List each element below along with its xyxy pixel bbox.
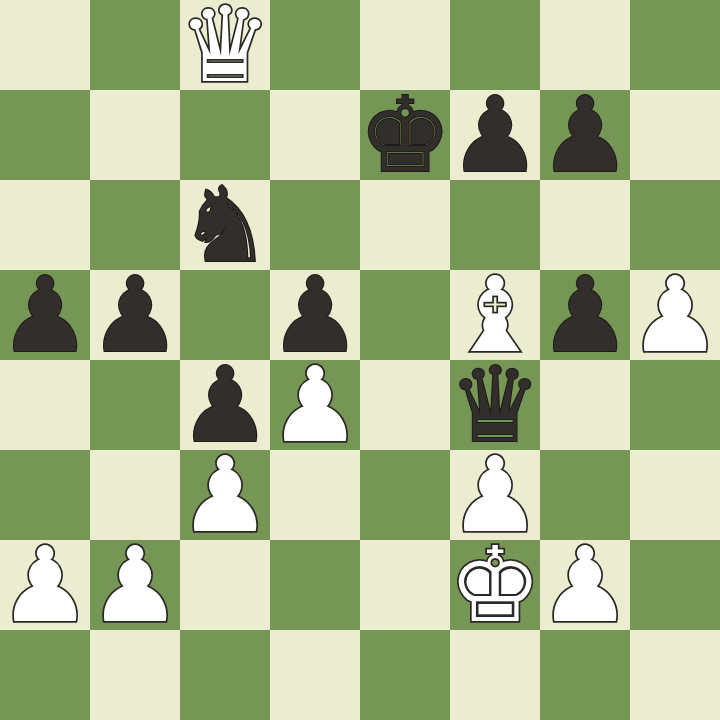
square-d2[interactable] [270, 540, 360, 630]
square-d8[interactable] [270, 0, 360, 90]
square-h2[interactable] [630, 540, 720, 630]
square-h8[interactable] [630, 0, 720, 90]
square-h7[interactable] [630, 90, 720, 180]
square-c6[interactable]: ♞ [180, 180, 270, 270]
square-h5[interactable]: ♟ [630, 270, 720, 360]
black-pawn[interactable]: ♟ [450, 90, 540, 180]
square-f8[interactable] [450, 0, 540, 90]
square-h6[interactable] [630, 180, 720, 270]
square-g3[interactable] [540, 450, 630, 540]
white-bishop[interactable]: ♝ [450, 270, 540, 360]
square-g8[interactable] [540, 0, 630, 90]
square-e1[interactable] [360, 630, 450, 720]
black-pawn[interactable]: ♟ [0, 270, 90, 360]
white-queen[interactable]: ♛ [180, 0, 270, 90]
black-queen[interactable]: ♛ [450, 360, 540, 450]
square-f3[interactable]: ♟ [450, 450, 540, 540]
square-a8[interactable] [0, 0, 90, 90]
square-h3[interactable] [630, 450, 720, 540]
black-king[interactable]: ♚ [360, 90, 450, 180]
square-e3[interactable] [360, 450, 450, 540]
square-b5[interactable]: ♟ [90, 270, 180, 360]
square-a4[interactable] [0, 360, 90, 450]
square-f5[interactable]: ♝ [450, 270, 540, 360]
white-pawn[interactable]: ♟ [540, 540, 630, 630]
square-g4[interactable] [540, 360, 630, 450]
square-a1[interactable] [0, 630, 90, 720]
square-f4[interactable]: ♛ [450, 360, 540, 450]
square-f7[interactable]: ♟ [450, 90, 540, 180]
square-c2[interactable] [180, 540, 270, 630]
square-a2[interactable]: ♟ [0, 540, 90, 630]
chess-board: ♛♚♟♟♞♟♟♟♝♟♟♟♟♛♟♟♟♟♚♟ [0, 0, 720, 720]
square-g7[interactable]: ♟ [540, 90, 630, 180]
square-h1[interactable] [630, 630, 720, 720]
white-pawn[interactable]: ♟ [270, 360, 360, 450]
square-e7[interactable]: ♚ [360, 90, 450, 180]
square-a5[interactable]: ♟ [0, 270, 90, 360]
square-d3[interactable] [270, 450, 360, 540]
square-g6[interactable] [540, 180, 630, 270]
square-e5[interactable] [360, 270, 450, 360]
square-d4[interactable]: ♟ [270, 360, 360, 450]
black-pawn[interactable]: ♟ [90, 270, 180, 360]
square-a3[interactable] [0, 450, 90, 540]
black-pawn[interactable]: ♟ [540, 90, 630, 180]
square-e2[interactable] [360, 540, 450, 630]
square-d7[interactable] [270, 90, 360, 180]
square-h4[interactable] [630, 360, 720, 450]
square-d6[interactable] [270, 180, 360, 270]
square-c5[interactable] [180, 270, 270, 360]
square-d1[interactable] [270, 630, 360, 720]
square-a7[interactable] [0, 90, 90, 180]
square-f2[interactable]: ♚ [450, 540, 540, 630]
black-pawn[interactable]: ♟ [180, 360, 270, 450]
square-g1[interactable] [540, 630, 630, 720]
square-e6[interactable] [360, 180, 450, 270]
square-b1[interactable] [90, 630, 180, 720]
black-pawn[interactable]: ♟ [270, 270, 360, 360]
square-g2[interactable]: ♟ [540, 540, 630, 630]
white-pawn[interactable]: ♟ [0, 540, 90, 630]
white-king[interactable]: ♚ [450, 540, 540, 630]
square-e4[interactable] [360, 360, 450, 450]
white-pawn[interactable]: ♟ [450, 450, 540, 540]
square-c8[interactable]: ♛ [180, 0, 270, 90]
square-g5[interactable]: ♟ [540, 270, 630, 360]
white-pawn[interactable]: ♟ [180, 450, 270, 540]
square-c4[interactable]: ♟ [180, 360, 270, 450]
square-d5[interactable]: ♟ [270, 270, 360, 360]
square-b4[interactable] [90, 360, 180, 450]
square-b6[interactable] [90, 180, 180, 270]
square-b7[interactable] [90, 90, 180, 180]
square-c1[interactable] [180, 630, 270, 720]
white-pawn[interactable]: ♟ [630, 270, 720, 360]
black-knight[interactable]: ♞ [180, 180, 270, 270]
square-a6[interactable] [0, 180, 90, 270]
square-e8[interactable] [360, 0, 450, 90]
square-b8[interactable] [90, 0, 180, 90]
square-c7[interactable] [180, 90, 270, 180]
square-b3[interactable] [90, 450, 180, 540]
square-b2[interactable]: ♟ [90, 540, 180, 630]
square-f6[interactable] [450, 180, 540, 270]
square-c3[interactable]: ♟ [180, 450, 270, 540]
white-pawn[interactable]: ♟ [90, 540, 180, 630]
black-pawn[interactable]: ♟ [540, 270, 630, 360]
square-f1[interactable] [450, 630, 540, 720]
